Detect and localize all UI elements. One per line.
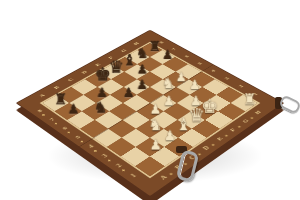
black-pawn-h7: ♟	[159, 49, 177, 61]
board-scene: ♜♚♛♝♞♜♟♟♟♟♞♟♟♞♟♟♟♟♞♟♟♟♝♛♚♜ AABBCCDDEEFFG…	[0, 0, 300, 200]
black-pawn-d6: ♟	[119, 86, 138, 99]
black-pawn-a7: ♟	[64, 102, 83, 115]
black-pawn-c7: ♟	[92, 86, 111, 99]
latch-icon-front	[171, 146, 197, 182]
black-pawn-f7: ♟	[133, 63, 151, 75]
product-photo: ♜♚♛♝♞♜♟♟♟♟♞♟♟♞♟♟♟♟♞♟♟♟♝♛♚♜ AABBCCDDEEFFG…	[0, 0, 300, 200]
black-king-d8: ♚	[94, 65, 112, 83]
white-pawn-d4: ♟	[146, 102, 165, 115]
latch-wire	[278, 94, 300, 114]
white-pawn-b2: ♟	[145, 138, 165, 152]
latch-icon-right	[275, 93, 300, 117]
white-knight-f5: ♞	[159, 76, 178, 91]
latch-wire	[176, 149, 200, 182]
white-pawn-g4: ♟	[185, 78, 204, 91]
white-rook-h1: ♜	[240, 92, 259, 107]
black-knight-b6: ♞	[91, 101, 110, 116]
